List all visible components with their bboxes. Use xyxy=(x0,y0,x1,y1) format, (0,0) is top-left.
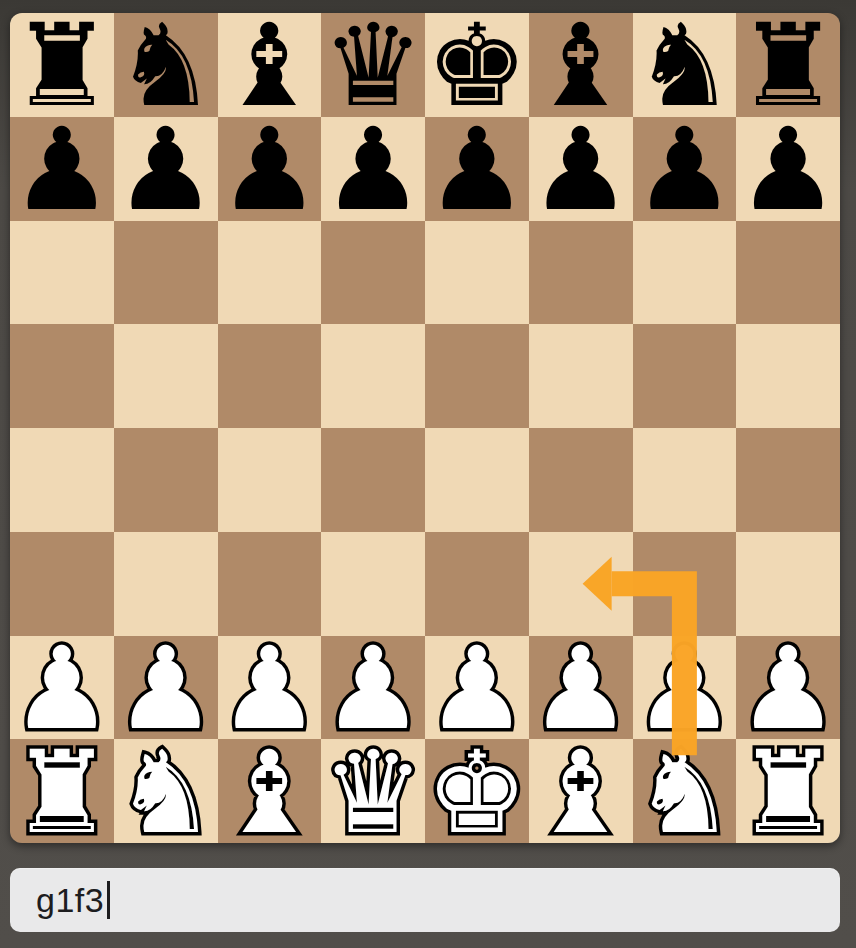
square-c4[interactable] xyxy=(218,428,322,532)
square-d2[interactable]: ♟ xyxy=(321,636,425,740)
square-b3[interactable] xyxy=(114,532,218,636)
piece-black-pawn: ♟ xyxy=(218,118,320,221)
piece-black-pawn: ♟ xyxy=(115,118,217,221)
square-h5[interactable] xyxy=(736,324,840,428)
square-h4[interactable] xyxy=(736,428,840,532)
square-a2[interactable]: ♟ xyxy=(10,636,114,740)
piece-white-pawn: ♟ xyxy=(426,637,528,740)
square-e5[interactable] xyxy=(425,324,529,428)
square-g3[interactable] xyxy=(633,532,737,636)
square-g5[interactable] xyxy=(633,324,737,428)
square-f7[interactable]: ♟ xyxy=(529,117,633,221)
piece-black-queen: ♛ xyxy=(322,14,424,117)
square-c5[interactable] xyxy=(218,324,322,428)
square-g4[interactable] xyxy=(633,428,737,532)
square-d3[interactable] xyxy=(321,532,425,636)
square-e2[interactable]: ♟ xyxy=(425,636,529,740)
square-e7[interactable]: ♟ xyxy=(425,117,529,221)
square-d5[interactable] xyxy=(321,324,425,428)
piece-black-rook: ♜ xyxy=(11,14,113,117)
move-input-value: g1f3 xyxy=(36,881,104,920)
piece-black-pawn: ♟ xyxy=(426,118,528,221)
piece-black-pawn: ♟ xyxy=(322,118,424,221)
square-e8[interactable]: ♚ xyxy=(425,13,529,117)
piece-black-bishop: ♝ xyxy=(530,14,632,117)
piece-white-knight: ♞ xyxy=(633,741,735,843)
square-a8[interactable]: ♜ xyxy=(10,13,114,117)
square-e4[interactable] xyxy=(425,428,529,532)
piece-white-pawn: ♟ xyxy=(11,637,113,740)
square-g1[interactable]: ♞ xyxy=(633,739,737,843)
square-g2[interactable]: ♟ xyxy=(633,636,737,740)
square-f8[interactable]: ♝ xyxy=(529,13,633,117)
piece-black-pawn: ♟ xyxy=(11,118,113,221)
piece-white-pawn: ♟ xyxy=(115,637,217,740)
square-g8[interactable]: ♞ xyxy=(633,13,737,117)
square-a5[interactable] xyxy=(10,324,114,428)
square-a7[interactable]: ♟ xyxy=(10,117,114,221)
square-b4[interactable] xyxy=(114,428,218,532)
square-b7[interactable]: ♟ xyxy=(114,117,218,221)
piece-black-pawn: ♟ xyxy=(737,118,839,221)
square-h1[interactable]: ♜ xyxy=(736,739,840,843)
piece-white-king: ♚ xyxy=(426,741,528,843)
piece-black-bishop: ♝ xyxy=(218,14,320,117)
piece-white-pawn: ♟ xyxy=(633,637,735,740)
square-b2[interactable]: ♟ xyxy=(114,636,218,740)
piece-black-king: ♚ xyxy=(426,14,528,117)
square-f2[interactable]: ♟ xyxy=(529,636,633,740)
square-e1[interactable]: ♚ xyxy=(425,739,529,843)
square-d4[interactable] xyxy=(321,428,425,532)
square-b8[interactable]: ♞ xyxy=(114,13,218,117)
square-c1[interactable]: ♝ xyxy=(218,739,322,843)
piece-white-knight: ♞ xyxy=(115,741,217,843)
square-c7[interactable]: ♟ xyxy=(218,117,322,221)
piece-white-pawn: ♟ xyxy=(218,637,320,740)
piece-white-rook: ♜ xyxy=(737,741,839,843)
square-h8[interactable]: ♜ xyxy=(736,13,840,117)
square-a1[interactable]: ♜ xyxy=(10,739,114,843)
square-b1[interactable]: ♞ xyxy=(114,739,218,843)
piece-black-pawn: ♟ xyxy=(530,118,632,221)
move-input[interactable]: g1f3 xyxy=(10,868,840,932)
piece-white-queen: ♛ xyxy=(322,741,424,843)
square-f1[interactable]: ♝ xyxy=(529,739,633,843)
square-f5[interactable] xyxy=(529,324,633,428)
square-f3[interactable] xyxy=(529,532,633,636)
piece-white-bishop: ♝ xyxy=(218,741,320,843)
square-c8[interactable]: ♝ xyxy=(218,13,322,117)
piece-black-pawn: ♟ xyxy=(633,118,735,221)
piece-white-bishop: ♝ xyxy=(530,741,632,843)
piece-black-knight: ♞ xyxy=(115,14,217,117)
piece-white-pawn: ♟ xyxy=(737,637,839,740)
square-h7[interactable]: ♟ xyxy=(736,117,840,221)
square-d7[interactable]: ♟ xyxy=(321,117,425,221)
square-a4[interactable] xyxy=(10,428,114,532)
square-f4[interactable] xyxy=(529,428,633,532)
text-cursor xyxy=(107,881,110,919)
square-d1[interactable]: ♛ xyxy=(321,739,425,843)
piece-white-rook: ♜ xyxy=(11,741,113,843)
piece-white-pawn: ♟ xyxy=(530,637,632,740)
piece-black-knight: ♞ xyxy=(633,14,735,117)
piece-black-rook: ♜ xyxy=(737,14,839,117)
square-c3[interactable] xyxy=(218,532,322,636)
square-g7[interactable]: ♟ xyxy=(633,117,737,221)
square-b5[interactable] xyxy=(114,324,218,428)
square-a3[interactable] xyxy=(10,532,114,636)
square-c2[interactable]: ♟ xyxy=(218,636,322,740)
chess-board: ♜♞♝♛♚♝♞♜♟♟♟♟♟♟♟♟♟♟♟♟♟♟♟♟♜♞♝♛♚♝♞♜ xyxy=(10,13,840,843)
piece-white-pawn: ♟ xyxy=(322,637,424,740)
square-h2[interactable]: ♟ xyxy=(736,636,840,740)
square-d8[interactable]: ♛ xyxy=(321,13,425,117)
square-h3[interactable] xyxy=(736,532,840,636)
square-e3[interactable] xyxy=(425,532,529,636)
